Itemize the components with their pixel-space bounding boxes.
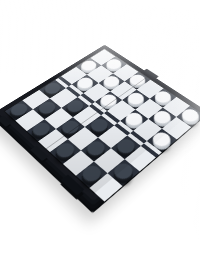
product-photo: ●●●●●●●●●●●●●●●●●●●●●●●● [0, 0, 200, 256]
board-grid: ●●●●●●●●●●●●●●●●●●●●●●●● [3, 49, 196, 194]
checkers-board: ●●●●●●●●●●●●●●●●●●●●●●●● [3, 49, 196, 194]
